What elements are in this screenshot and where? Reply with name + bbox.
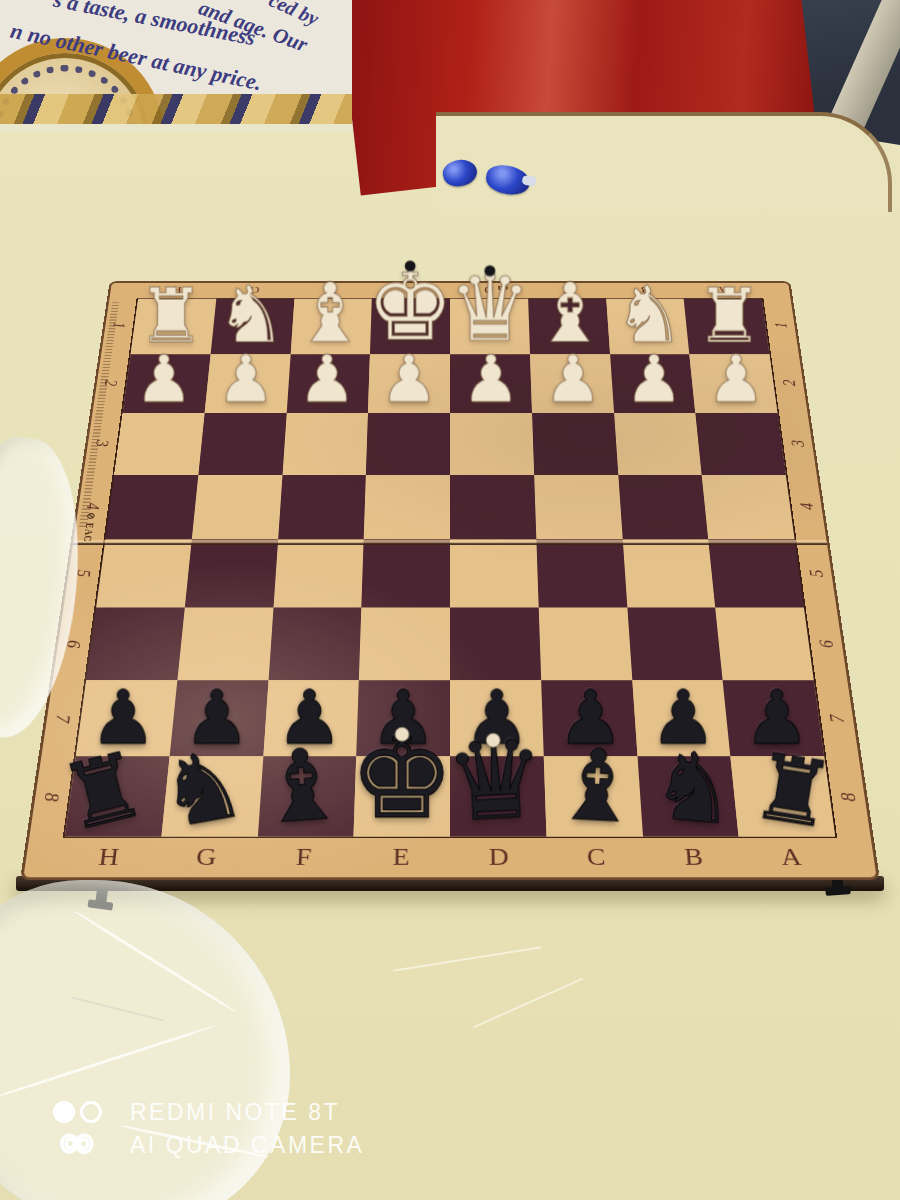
- square-c6[interactable]: [538, 608, 631, 680]
- poster-gold-band: [0, 94, 352, 124]
- file-labels-top-D: D: [450, 283, 528, 295]
- table-edge: [436, 112, 892, 212]
- chess-board: ♜♞♝♚♛♝♞♜♟♟♟♟♟♟♟♟♟♟♟♟♟♟♟♟♜♞♝♚♛♝♞♜ ⊘ ЕАС с…: [20, 281, 880, 880]
- rank-labels-right-4: 4: [765, 497, 851, 516]
- file-labels-top-A: A: [683, 283, 763, 295]
- square-b6[interactable]: [627, 608, 723, 680]
- file-labels-bottom: HGFEDCBA: [58, 840, 842, 874]
- file-labels-top-C: C: [528, 283, 607, 295]
- square-g3[interactable]: [198, 413, 286, 475]
- square-f3[interactable]: [282, 413, 368, 475]
- file-labels-bottom-B: B: [644, 840, 744, 874]
- rank-labels-right-2: 2: [749, 374, 831, 391]
- square-d3[interactable]: [450, 413, 534, 475]
- file-labels-top-E: E: [372, 283, 450, 295]
- square-d2[interactable]: ♟: [450, 354, 532, 413]
- rank-labels-left-2: 2: [69, 374, 151, 391]
- file-labels-top-H: H: [137, 283, 217, 295]
- file-labels-bottom-C: C: [547, 840, 646, 874]
- square-e3[interactable]: [366, 413, 450, 475]
- square-d8[interactable]: ♛: [450, 756, 546, 837]
- rank-labels-right-6: 6: [782, 633, 873, 654]
- file-labels-bottom-F: F: [254, 840, 353, 874]
- square-c5[interactable]: [536, 539, 627, 607]
- file-labels-bottom-A: A: [741, 840, 842, 874]
- rank-labels-left-8: 8: [2, 785, 98, 809]
- square-g2[interactable]: ♟: [204, 354, 290, 413]
- piece-black-K-e8[interactable]: ♚: [349, 721, 455, 833]
- rank-labels-right-3: 3: [757, 434, 841, 452]
- piece-white-P-g2[interactable]: ♟: [216, 349, 274, 411]
- file-labels-bottom-E: E: [352, 840, 450, 874]
- file-labels-top-G: G: [215, 283, 294, 295]
- board-grid: ♜♞♝♚♛♝♞♜♟♟♟♟♟♟♟♟♟♟♟♟♟♟♟♟♜♞♝♚♛♝♞♜: [63, 298, 838, 839]
- watermark-line2: AI QUAD CAMERA: [130, 1129, 364, 1162]
- square-c8[interactable]: ♝: [544, 756, 643, 837]
- square-b4[interactable]: [618, 475, 709, 540]
- square-f2[interactable]: ♟: [286, 354, 370, 413]
- watermark-infinity-icon: ∞: [61, 1125, 94, 1157]
- square-c4[interactable]: [534, 475, 622, 540]
- square-e2[interactable]: ♟: [368, 354, 450, 413]
- piece-white-P-f2[interactable]: ♟: [298, 349, 356, 411]
- file-labels-bottom-D: D: [450, 840, 548, 874]
- rank-labels-right-7: 7: [791, 707, 885, 729]
- file-labels-bottom-H: H: [58, 840, 159, 874]
- square-g5[interactable]: [185, 539, 278, 607]
- table-scratch: [393, 946, 541, 971]
- piece-white-P-d2[interactable]: ♟: [462, 349, 520, 411]
- watermark-line1: REDMI NOTE 8T: [130, 1096, 364, 1129]
- rank-labels-right-5: 5: [773, 563, 861, 583]
- chess-board-wrap: ♜♞♝♚♛♝♞♜♟♟♟♟♟♟♟♟♟♟♟♟♟♟♟♟♜♞♝♚♛♝♞♜ ⊘ ЕАС с…: [20, 281, 880, 880]
- square-f4[interactable]: [278, 475, 366, 540]
- square-b3[interactable]: [614, 413, 702, 475]
- square-g6[interactable]: [177, 608, 273, 680]
- fold-seam: [73, 540, 828, 546]
- piece-black-N-b8[interactable]: ♞: [648, 740, 740, 837]
- photo-scene: ced by s a taste, a smoothness and age. …: [0, 0, 900, 1200]
- rank-labels-right-1: 1: [742, 317, 822, 333]
- piece-white-K-e1[interactable]: ♚: [366, 259, 454, 352]
- piece-white-P-b2[interactable]: ♟: [625, 349, 683, 411]
- square-e4[interactable]: [364, 475, 450, 540]
- piece-white-P-c2[interactable]: ♟: [543, 349, 601, 411]
- piece-black-N-g8[interactable]: ♞: [152, 737, 251, 840]
- square-d4[interactable]: [450, 475, 536, 540]
- piece-black-B-c8[interactable]: ♝: [550, 738, 643, 836]
- square-e8[interactable]: ♚: [354, 756, 450, 837]
- rank-labels-left-3: 3: [60, 434, 144, 452]
- square-d5[interactable]: [450, 539, 538, 607]
- camera-watermark: ∞ REDMI NOTE 8T AI QUAD CAMERA: [40, 1096, 364, 1163]
- piece-white-Q-d1[interactable]: ♛: [448, 264, 531, 352]
- square-b5[interactable]: [622, 539, 715, 607]
- rank-labels-right-8: 8: [801, 785, 897, 809]
- square-g8[interactable]: ♞: [161, 756, 263, 837]
- square-f6[interactable]: [268, 608, 361, 680]
- table-scratch: [473, 978, 583, 1029]
- square-c2[interactable]: ♟: [530, 354, 614, 413]
- square-g4[interactable]: [192, 475, 283, 540]
- rank-labels-left-1: 1: [78, 317, 158, 333]
- piece-white-P-e2[interactable]: ♟: [380, 349, 438, 411]
- file-labels-top-B: B: [606, 283, 685, 295]
- piece-black-B-f8[interactable]: ♝: [255, 737, 349, 836]
- file-labels-top: HGFEDCBA: [137, 283, 763, 295]
- square-b2[interactable]: ♟: [610, 354, 696, 413]
- square-e6[interactable]: [359, 608, 450, 680]
- file-labels-bottom-G: G: [156, 840, 256, 874]
- square-b8[interactable]: ♞: [637, 756, 739, 837]
- beer-poster: ced by s a taste, a smoothness and age. …: [0, 0, 352, 124]
- file-labels-top-F: F: [293, 283, 372, 295]
- square-f8[interactable]: ♝: [257, 756, 356, 837]
- piece-black-Q-d8[interactable]: ♛: [442, 724, 548, 836]
- watermark-camera-icon: ∞: [40, 1101, 114, 1157]
- square-c3[interactable]: [532, 413, 618, 475]
- square-f5[interactable]: [273, 539, 364, 607]
- square-e5[interactable]: [362, 539, 450, 607]
- square-d6[interactable]: [450, 608, 541, 680]
